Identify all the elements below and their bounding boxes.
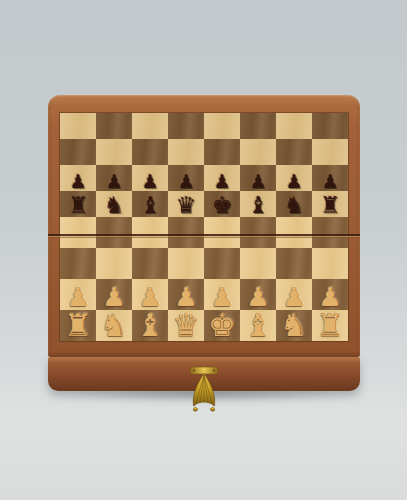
chess-board: ♟♟♟♟♟♟♟♟♜♞♝♛♚♝♞♜♟♟♟♟♟♟♟♟♜♞♝♛♚♝♞♜ bbox=[60, 113, 348, 341]
square-c6[interactable]: ♟ bbox=[132, 165, 168, 191]
square-d8[interactable] bbox=[168, 113, 204, 139]
square-b8[interactable] bbox=[96, 113, 132, 139]
square-e5[interactable]: ♚ bbox=[204, 191, 240, 217]
square-h2[interactable]: ♟ bbox=[312, 279, 348, 310]
chess-box: ♟♟♟♟♟♟♟♟♜♞♝♛♚♝♞♜♟♟♟♟♟♟♟♟♜♞♝♛♚♝♞♜ bbox=[48, 95, 360, 357]
square-f6[interactable]: ♟ bbox=[240, 165, 276, 191]
square-h5[interactable]: ♜ bbox=[312, 191, 348, 217]
square-b4[interactable] bbox=[96, 217, 132, 248]
square-e1[interactable]: ♚ bbox=[204, 310, 240, 341]
square-h3[interactable] bbox=[312, 248, 348, 279]
square-h8[interactable] bbox=[312, 113, 348, 139]
square-h4[interactable] bbox=[312, 217, 348, 248]
square-g7[interactable] bbox=[276, 139, 312, 165]
black-pawn-h6[interactable]: ♟ bbox=[312, 172, 348, 191]
white-bishop-c1[interactable]: ♝ bbox=[132, 310, 168, 341]
square-b5[interactable]: ♞ bbox=[96, 191, 132, 217]
black-pawn-d6[interactable]: ♟ bbox=[168, 172, 204, 191]
black-knight-b5[interactable]: ♞ bbox=[96, 194, 132, 217]
square-g3[interactable] bbox=[276, 248, 312, 279]
square-a5[interactable]: ♜ bbox=[60, 191, 96, 217]
square-b7[interactable] bbox=[96, 139, 132, 165]
white-king-e1[interactable]: ♚ bbox=[204, 310, 240, 341]
black-pawn-c6[interactable]: ♟ bbox=[132, 172, 168, 191]
square-e8[interactable] bbox=[204, 113, 240, 139]
black-pawn-g6[interactable]: ♟ bbox=[276, 172, 312, 191]
square-d4[interactable] bbox=[168, 217, 204, 248]
black-rook-a5[interactable]: ♜ bbox=[60, 194, 96, 217]
square-d3[interactable] bbox=[168, 248, 204, 279]
square-e4[interactable] bbox=[204, 217, 240, 248]
square-g1[interactable]: ♞ bbox=[276, 310, 312, 341]
square-g4[interactable] bbox=[276, 217, 312, 248]
square-f3[interactable] bbox=[240, 248, 276, 279]
square-f8[interactable] bbox=[240, 113, 276, 139]
white-rook-h1[interactable]: ♜ bbox=[312, 310, 348, 341]
square-c7[interactable] bbox=[132, 139, 168, 165]
hinge-seam bbox=[48, 234, 360, 238]
square-f4[interactable] bbox=[240, 217, 276, 248]
black-bishop-c5[interactable]: ♝ bbox=[132, 194, 168, 217]
black-pawn-f6[interactable]: ♟ bbox=[240, 172, 276, 191]
black-pawn-b6[interactable]: ♟ bbox=[96, 172, 132, 191]
black-pawn-e6[interactable]: ♟ bbox=[204, 172, 240, 191]
square-g5[interactable]: ♞ bbox=[276, 191, 312, 217]
square-a4[interactable] bbox=[60, 217, 96, 248]
black-knight-g5[interactable]: ♞ bbox=[276, 194, 312, 217]
square-f7[interactable] bbox=[240, 139, 276, 165]
square-e6[interactable]: ♟ bbox=[204, 165, 240, 191]
black-queen-d5[interactable]: ♛ bbox=[168, 194, 204, 217]
square-h7[interactable] bbox=[312, 139, 348, 165]
square-f5[interactable]: ♝ bbox=[240, 191, 276, 217]
square-c5[interactable]: ♝ bbox=[132, 191, 168, 217]
square-e2[interactable]: ♟ bbox=[204, 279, 240, 310]
square-d5[interactable]: ♛ bbox=[168, 191, 204, 217]
white-queen-d1[interactable]: ♛ bbox=[168, 310, 204, 341]
square-a7[interactable] bbox=[60, 139, 96, 165]
square-b6[interactable]: ♟ bbox=[96, 165, 132, 191]
white-bishop-f1[interactable]: ♝ bbox=[240, 310, 276, 341]
square-c8[interactable] bbox=[132, 113, 168, 139]
square-h6[interactable]: ♟ bbox=[312, 165, 348, 191]
square-a2[interactable]: ♟ bbox=[60, 279, 96, 310]
black-bishop-f5[interactable]: ♝ bbox=[240, 194, 276, 217]
black-king-e5[interactable]: ♚ bbox=[204, 194, 240, 217]
square-g8[interactable] bbox=[276, 113, 312, 139]
square-d6[interactable]: ♟ bbox=[168, 165, 204, 191]
square-h1[interactable]: ♜ bbox=[312, 310, 348, 341]
square-a3[interactable] bbox=[60, 248, 96, 279]
square-c2[interactable]: ♟ bbox=[132, 279, 168, 310]
white-rook-a1[interactable]: ♜ bbox=[60, 310, 96, 341]
white-knight-g1[interactable]: ♞ bbox=[276, 310, 312, 341]
square-b2[interactable]: ♟ bbox=[96, 279, 132, 310]
square-c4[interactable] bbox=[132, 217, 168, 248]
square-d7[interactable] bbox=[168, 139, 204, 165]
square-d1[interactable]: ♛ bbox=[168, 310, 204, 341]
square-g2[interactable]: ♟ bbox=[276, 279, 312, 310]
square-f2[interactable]: ♟ bbox=[240, 279, 276, 310]
square-b3[interactable] bbox=[96, 248, 132, 279]
square-a1[interactable]: ♜ bbox=[60, 310, 96, 341]
square-f1[interactable]: ♝ bbox=[240, 310, 276, 341]
square-e7[interactable] bbox=[204, 139, 240, 165]
black-pawn-a6[interactable]: ♟ bbox=[60, 172, 96, 191]
square-c1[interactable]: ♝ bbox=[132, 310, 168, 341]
square-d2[interactable]: ♟ bbox=[168, 279, 204, 310]
square-b1[interactable]: ♞ bbox=[96, 310, 132, 341]
square-a6[interactable]: ♟ bbox=[60, 165, 96, 191]
photo-backdrop: ♟♟♟♟♟♟♟♟♜♞♝♛♚♝♞♜♟♟♟♟♟♟♟♟♜♞♝♛♚♝♞♜ bbox=[0, 0, 407, 500]
white-knight-b1[interactable]: ♞ bbox=[96, 310, 132, 341]
square-g6[interactable]: ♟ bbox=[276, 165, 312, 191]
brass-clasp-icon bbox=[185, 363, 223, 413]
square-a8[interactable] bbox=[60, 113, 96, 139]
square-e3[interactable] bbox=[204, 248, 240, 279]
black-rook-h5[interactable]: ♜ bbox=[312, 194, 348, 217]
square-c3[interactable] bbox=[132, 248, 168, 279]
